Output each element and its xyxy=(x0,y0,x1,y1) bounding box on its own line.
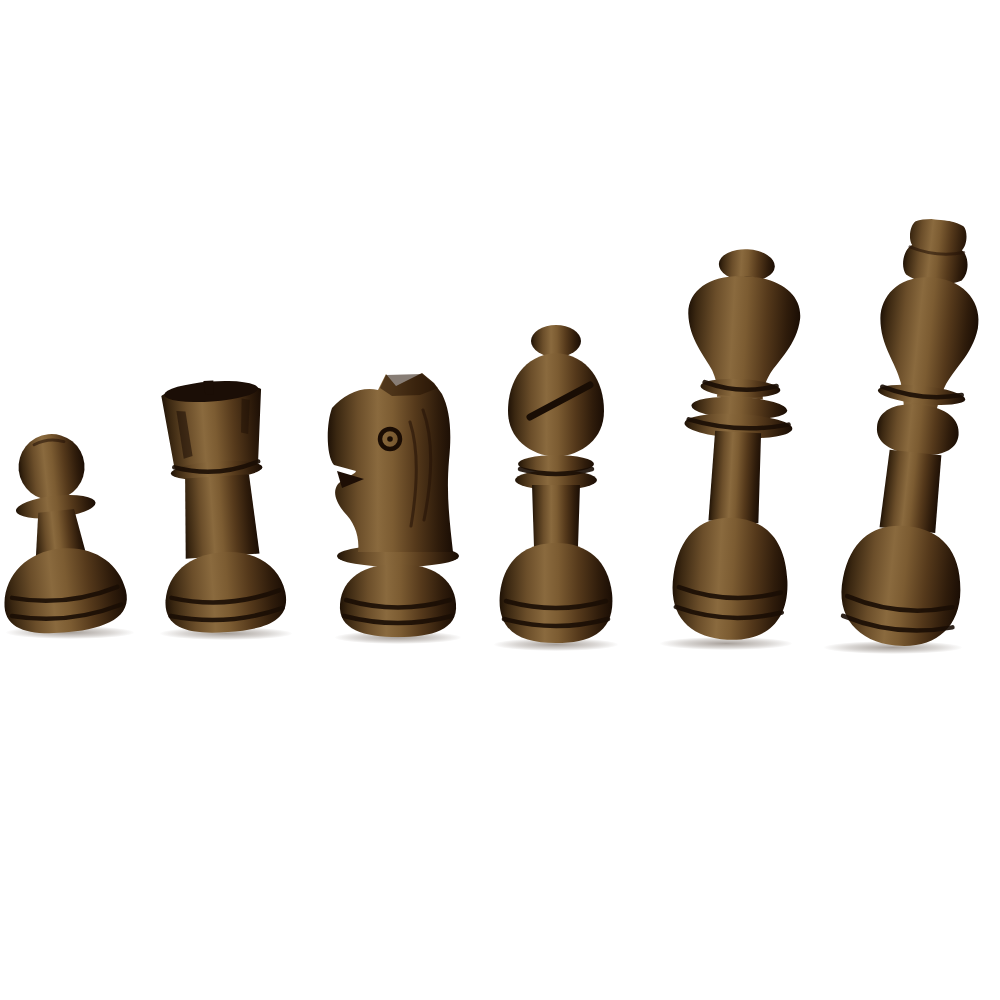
pawn-glyph: ♟ xyxy=(4,640,5,641)
pawn-silhouette xyxy=(0,424,136,640)
rook-silhouette xyxy=(140,374,297,638)
pawn-piece: ♟ xyxy=(0,424,136,640)
rook-piece: ♜ xyxy=(140,374,297,638)
knight-silhouette xyxy=(322,368,462,638)
queen-piece: ♛ xyxy=(660,245,826,648)
king-silhouette xyxy=(820,212,1000,656)
rook-glyph: ♜ xyxy=(158,638,159,639)
bishop-silhouette xyxy=(494,323,620,645)
knight-eye-pupil xyxy=(387,436,393,442)
product-photo-stage: ♟ ♜ xyxy=(0,0,1000,1000)
queen-silhouette xyxy=(660,245,826,648)
knight-piece: ♞ xyxy=(322,368,462,638)
king-piece: ♚ xyxy=(820,212,1000,656)
bishop-piece: ♝ xyxy=(494,323,620,645)
king-collar-knop xyxy=(875,401,962,459)
knight-glyph: ♞ xyxy=(322,638,323,639)
